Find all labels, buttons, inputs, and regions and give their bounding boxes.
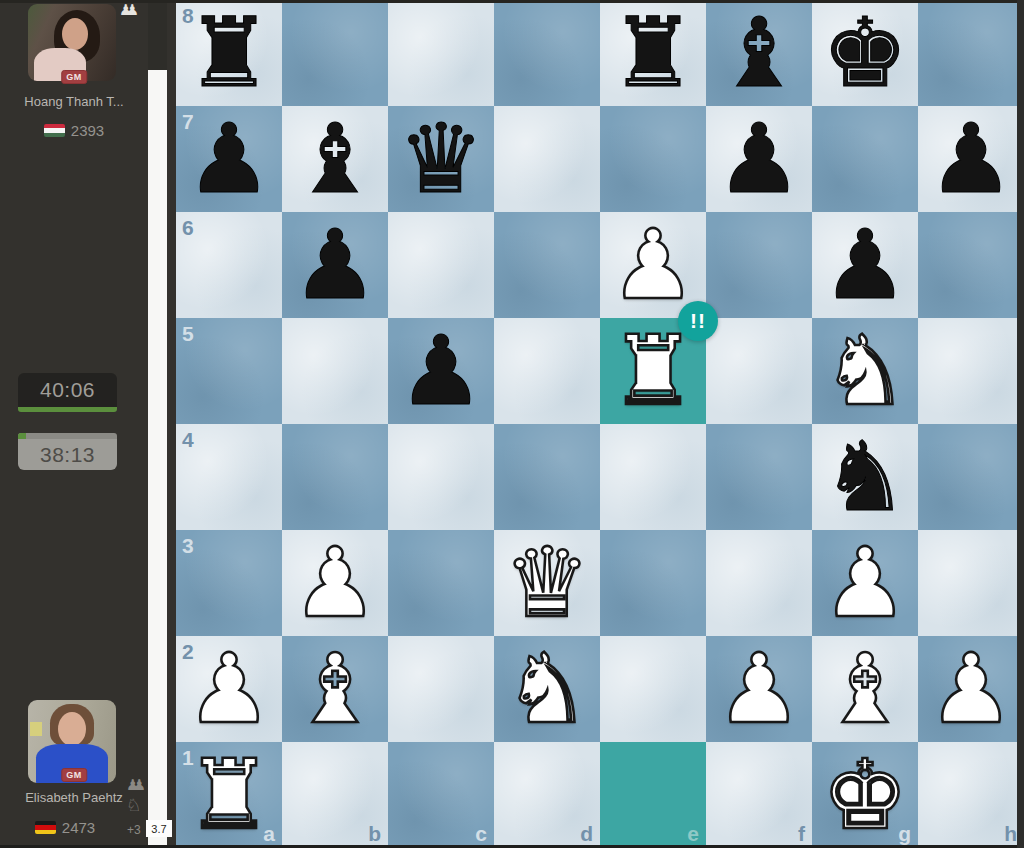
square-b6[interactable]: ♟ <box>282 212 388 318</box>
square-d8[interactable] <box>494 0 600 106</box>
avatar-face <box>58 712 86 746</box>
avatar-background-detail <box>30 722 42 736</box>
square-d7[interactable] <box>494 106 600 212</box>
square-f2[interactable]: ♟ <box>706 636 812 742</box>
gm-title-badge-top: GM <box>61 70 87 84</box>
white-king[interactable]: ♚ <box>822 742 908 848</box>
black-pawn[interactable]: ♟ <box>822 212 908 318</box>
square-c5[interactable]: ♟ <box>388 318 494 424</box>
square-f4[interactable] <box>706 424 812 530</box>
square-g2[interactable]: ♝ <box>812 636 918 742</box>
rank-label-3: 3 <box>182 535 194 556</box>
square-a3[interactable]: 3 <box>176 530 282 636</box>
germany-flag-icon <box>35 821 56 834</box>
evaluation-value: 3.7 <box>146 820 172 837</box>
square-d5[interactable] <box>494 318 600 424</box>
black-queen[interactable]: ♛ <box>398 106 484 212</box>
file-label-c: c <box>475 823 487 844</box>
avatar-face <box>62 18 88 50</box>
square-a5[interactable]: 5 <box>176 318 282 424</box>
knight-icon[interactable]: ♘ <box>126 795 141 815</box>
white-knight[interactable]: ♞ <box>822 318 908 424</box>
square-h8[interactable] <box>918 0 1024 106</box>
square-d4[interactable] <box>494 424 600 530</box>
player-name-top: Hoang Thanh T... <box>0 94 148 109</box>
square-d1[interactable]: d <box>494 742 600 848</box>
square-c1[interactable]: c <box>388 742 494 848</box>
brilliant-move-badge: !! <box>678 301 718 341</box>
white-bishop[interactable]: ♝ <box>292 636 378 742</box>
black-pawn[interactable]: ♟ <box>292 212 378 318</box>
square-c7[interactable]: ♛ <box>388 106 494 212</box>
broadcast-app: GM ♟♟ Hoang Thanh T... 2393 40:06 38:13 … <box>0 0 1024 848</box>
square-f1[interactable]: f <box>706 742 812 848</box>
square-g8[interactable]: ♚ <box>812 0 918 106</box>
black-king[interactable]: ♚ <box>822 0 908 106</box>
square-h1[interactable]: h <box>918 742 1024 848</box>
square-h2[interactable]: ♟ <box>918 636 1024 742</box>
white-pawn[interactable]: ♟ <box>822 530 908 636</box>
black-pawn[interactable]: ♟ <box>398 318 484 424</box>
square-h3[interactable] <box>918 530 1024 636</box>
square-g7[interactable] <box>812 106 918 212</box>
file-label-h: h <box>1004 823 1017 844</box>
clock-top-active-bar <box>18 407 117 412</box>
hungary-flag-icon <box>44 124 65 137</box>
chess-board[interactable]: 8♜♜♝♚7♟♝♛♟♟6♟♟♟5♟♜♞4♞3♟♛♟2♟♝♞♟♝♟1a♜bcdef… <box>176 0 1024 848</box>
captured-pieces-icon-top[interactable]: ♟♟ <box>119 1 139 19</box>
square-e2[interactable] <box>600 636 706 742</box>
square-e1[interactable]: e <box>600 742 706 848</box>
square-c8[interactable] <box>388 0 494 106</box>
file-label-d: d <box>580 823 593 844</box>
rating-row-top: 2393 <box>0 122 148 139</box>
white-knight[interactable]: ♞ <box>504 636 590 742</box>
square-a6[interactable]: 6 <box>176 212 282 318</box>
black-pawn[interactable]: ♟ <box>928 106 1014 212</box>
black-pawn[interactable]: ♟ <box>186 106 272 212</box>
square-h4[interactable] <box>918 424 1024 530</box>
square-c3[interactable] <box>388 530 494 636</box>
clock-top-time: 40:06 <box>18 373 117 407</box>
black-bishop[interactable]: ♝ <box>292 106 378 212</box>
square-b8[interactable] <box>282 0 388 106</box>
rank-label-6: 6 <box>182 217 194 238</box>
square-g6[interactable]: ♟ <box>812 212 918 318</box>
square-c2[interactable] <box>388 636 494 742</box>
square-a1[interactable]: 1a♜ <box>176 742 282 848</box>
scrollbar[interactable] <box>1017 0 1024 848</box>
square-b1[interactable]: b <box>282 742 388 848</box>
square-d3[interactable]: ♛ <box>494 530 600 636</box>
clock-bottom-time: 38:13 <box>18 439 117 470</box>
black-pawn[interactable]: ♟ <box>716 106 802 212</box>
square-b4[interactable] <box>282 424 388 530</box>
rank-label-8: 8 <box>182 5 194 26</box>
rating-top: 2393 <box>71 122 104 139</box>
rating-row-bottom: 2473 <box>0 819 130 836</box>
square-e8[interactable]: ♜ <box>600 0 706 106</box>
file-label-e: e <box>687 823 699 844</box>
evaluation-bar-black-portion <box>148 0 167 70</box>
square-b7[interactable]: ♝ <box>282 106 388 212</box>
square-g1[interactable]: g♚ <box>812 742 918 848</box>
black-bishop[interactable]: ♝ <box>716 0 802 106</box>
rank-label-2: 2 <box>182 641 194 662</box>
square-f7[interactable]: ♟ <box>706 106 812 212</box>
rank-label-7: 7 <box>182 111 194 132</box>
square-f5[interactable] <box>706 318 812 424</box>
square-f3[interactable] <box>706 530 812 636</box>
clock-bottom-player: 38:13 <box>18 433 117 470</box>
square-a4[interactable]: 4 <box>176 424 282 530</box>
evaluation-bar <box>148 0 167 848</box>
clock-top-player: 40:06 <box>18 373 117 412</box>
square-g5[interactable]: ♞ <box>812 318 918 424</box>
file-label-g: g <box>898 823 911 844</box>
clock-bottom-progress-bar <box>18 433 117 439</box>
black-knight[interactable]: ♞ <box>822 424 908 530</box>
square-a2[interactable]: 2♟ <box>176 636 282 742</box>
white-pawn[interactable]: ♟ <box>186 636 272 742</box>
rank-label-4: 4 <box>182 429 194 450</box>
square-e3[interactable] <box>600 530 706 636</box>
square-b3[interactable]: ♟ <box>282 530 388 636</box>
square-g4[interactable]: ♞ <box>812 424 918 530</box>
square-d2[interactable]: ♞ <box>494 636 600 742</box>
square-f6[interactable] <box>706 212 812 318</box>
square-h7[interactable]: ♟ <box>918 106 1024 212</box>
black-rook[interactable]: ♜ <box>186 0 272 106</box>
square-h5[interactable] <box>918 318 1024 424</box>
square-c6[interactable] <box>388 212 494 318</box>
square-b5[interactable] <box>282 318 388 424</box>
square-h6[interactable] <box>918 212 1024 318</box>
white-pawn[interactable]: ♟ <box>928 636 1014 742</box>
file-label-b: b <box>368 823 381 844</box>
white-pawn[interactable]: ♟ <box>610 212 696 318</box>
material-advantage: +3 <box>127 823 141 837</box>
file-label-f: f <box>798 823 805 844</box>
black-rook[interactable]: ♜ <box>610 0 696 106</box>
rating-bottom: 2473 <box>62 819 95 836</box>
square-f8[interactable]: ♝ <box>706 0 812 106</box>
white-bishop[interactable]: ♝ <box>822 636 908 742</box>
rank-label-1: 1 <box>182 747 194 768</box>
square-d6[interactable] <box>494 212 600 318</box>
square-b2[interactable]: ♝ <box>282 636 388 742</box>
captured-pieces-icon-bottom[interactable]: ♟♟ <box>126 776 146 794</box>
square-a7[interactable]: 7♟ <box>176 106 282 212</box>
square-a8[interactable]: 8♜ <box>176 0 282 106</box>
white-rook[interactable]: ♜ <box>186 742 272 848</box>
white-queen[interactable]: ♛ <box>504 530 590 636</box>
square-c4[interactable] <box>388 424 494 530</box>
square-g3[interactable]: ♟ <box>812 530 918 636</box>
gm-title-badge-bottom: GM <box>61 768 87 782</box>
white-pawn[interactable]: ♟ <box>716 636 802 742</box>
rank-label-5: 5 <box>182 323 194 344</box>
white-pawn[interactable]: ♟ <box>292 530 378 636</box>
sidebar: GM ♟♟ Hoang Thanh T... 2393 40:06 38:13 … <box>0 0 148 848</box>
file-label-a: a <box>263 823 275 844</box>
square-e7[interactable] <box>600 106 706 212</box>
window-top-edge <box>0 0 1024 3</box>
square-e4[interactable] <box>600 424 706 530</box>
